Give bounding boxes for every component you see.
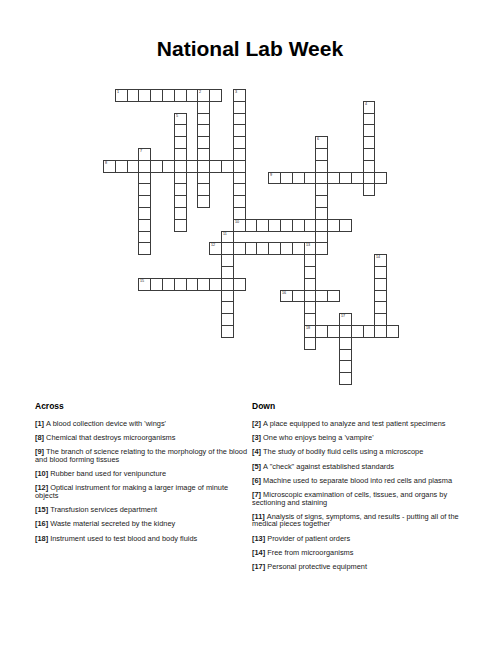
down-clues-section: Down [2] A place equipped to analyze and… (252, 401, 471, 577)
clue-item: [2] A place equipped to analyze and test… (252, 420, 471, 428)
cell-number: 7 (140, 149, 142, 153)
clue-item: [16] Waste material secreted by the kidn… (35, 520, 247, 528)
clue-number: [9] (35, 447, 46, 456)
clue-item: [12] Optical instrument for making a lar… (35, 484, 247, 499)
grid-cell[interactable] (304, 313, 317, 326)
across-clue-list: [1] A blood collection device with 'wing… (35, 420, 247, 542)
grid-cell[interactable] (374, 172, 387, 185)
clue-number: [2] (252, 419, 263, 428)
crossword-grid: 128910121315161834567111417 (0, 0, 500, 400)
cell-number: 16 (282, 291, 286, 295)
grid-cell[interactable] (339, 372, 352, 385)
grid-cell[interactable] (174, 219, 187, 232)
clue-item: [7] Microscopic examination of cells, ti… (252, 491, 471, 506)
clue-number: [18] (35, 534, 50, 543)
clue-number: [14] (252, 548, 267, 557)
clue-number: [13] (252, 534, 267, 543)
cell-number: 5 (176, 114, 178, 118)
cell-number: 14 (376, 255, 380, 259)
clue-number: [8] (35, 433, 46, 442)
clue-number: [3] (252, 433, 263, 442)
cell-number: 1 (117, 90, 119, 94)
clue-item: [14] Free from microorganisms (252, 549, 471, 557)
grid-cell[interactable] (315, 160, 328, 173)
clue-number: [6] (252, 476, 263, 485)
cell-number: 10 (235, 220, 239, 224)
clue-item: [4] The study of bodily fluid cells usin… (252, 448, 471, 456)
clue-item: [9] The branch of science relating to th… (35, 448, 247, 463)
clue-number: [10] (35, 469, 50, 478)
cell-number: 2 (199, 90, 201, 94)
crossword-page: National Lab Week 1289101213151618345671… (0, 0, 500, 647)
clue-number: [15] (35, 505, 50, 514)
grid-cell[interactable] (363, 183, 376, 196)
grid-cell[interactable] (233, 207, 246, 220)
clue-number: [7] (252, 490, 263, 499)
across-heading: Across (35, 401, 247, 411)
clue-item: [15] Transfusion services department (35, 506, 247, 514)
grid-cell[interactable] (221, 266, 234, 279)
clue-item: [8] Chemical that destroys microorganism… (35, 434, 247, 442)
grid-cell[interactable] (233, 148, 246, 161)
clue-number: [17] (252, 562, 267, 571)
cell-number: 17 (341, 314, 345, 318)
grid-cell[interactable] (386, 325, 399, 338)
clue-number: [12] (35, 483, 50, 492)
clue-item: [13] Provider of patient orders (252, 535, 471, 543)
clue-item: [3] One who enjoys being a 'vampire' (252, 434, 471, 442)
clue-item: [11] Analysis of signs, symptoms, and re… (252, 513, 471, 528)
cell-number: 15 (140, 279, 144, 283)
clue-number: [16] (35, 519, 50, 528)
grid-cell[interactable] (174, 148, 187, 161)
grid-cell[interactable] (304, 278, 317, 291)
grid-cell[interactable] (209, 89, 222, 102)
cell-number: 3 (235, 90, 237, 94)
cell-number: 4 (365, 102, 367, 106)
down-heading: Down (252, 401, 471, 411)
clue-item: [17] Personal protective equipment (252, 563, 471, 571)
cell-number: 8 (105, 161, 107, 165)
grid-cell[interactable]: 11 (221, 231, 234, 244)
grid-cell[interactable] (197, 148, 210, 161)
cell-number: 11 (223, 232, 227, 236)
clue-number: [1] (35, 419, 46, 428)
cell-number: 6 (317, 137, 319, 141)
down-clue-list: [2] A place equipped to analyze and test… (252, 420, 471, 570)
cell-number: 13 (306, 243, 310, 247)
across-clues-section: Across [1] A blood collection device wit… (35, 401, 247, 549)
grid-cell[interactable] (197, 195, 210, 208)
cell-number: 9 (270, 173, 272, 177)
grid-cell[interactable] (315, 231, 328, 244)
grid-cell[interactable]: 7 (138, 148, 151, 161)
grid-cell[interactable]: 17 (339, 313, 352, 326)
clue-number: [4] (252, 447, 263, 456)
clue-item: [18] Instrument used to test blood and b… (35, 535, 247, 543)
grid-cell[interactable] (363, 160, 376, 173)
grid-cell[interactable] (221, 325, 234, 338)
clue-item: [5] A "check" against established standa… (252, 463, 471, 471)
grid-cell[interactable] (315, 242, 328, 255)
grid-cell[interactable] (304, 337, 317, 350)
grid-cell[interactable] (374, 313, 387, 326)
grid-cell[interactable] (327, 290, 340, 303)
cell-number: 12 (211, 243, 215, 247)
cell-number: 18 (306, 326, 310, 330)
clue-item: [10] Rubber band used for venipuncture (35, 470, 247, 478)
clue-number: [5] (252, 462, 263, 471)
clue-item: [1] A blood collection device with 'wing… (35, 420, 247, 428)
grid-cell[interactable] (339, 219, 352, 232)
grid-cell[interactable] (233, 278, 246, 291)
grid-cell[interactable] (138, 242, 151, 255)
clue-item: [6] Machine used to separate blood into … (252, 477, 471, 485)
grid-cell[interactable] (315, 207, 328, 220)
clue-number: [11] (252, 512, 267, 521)
